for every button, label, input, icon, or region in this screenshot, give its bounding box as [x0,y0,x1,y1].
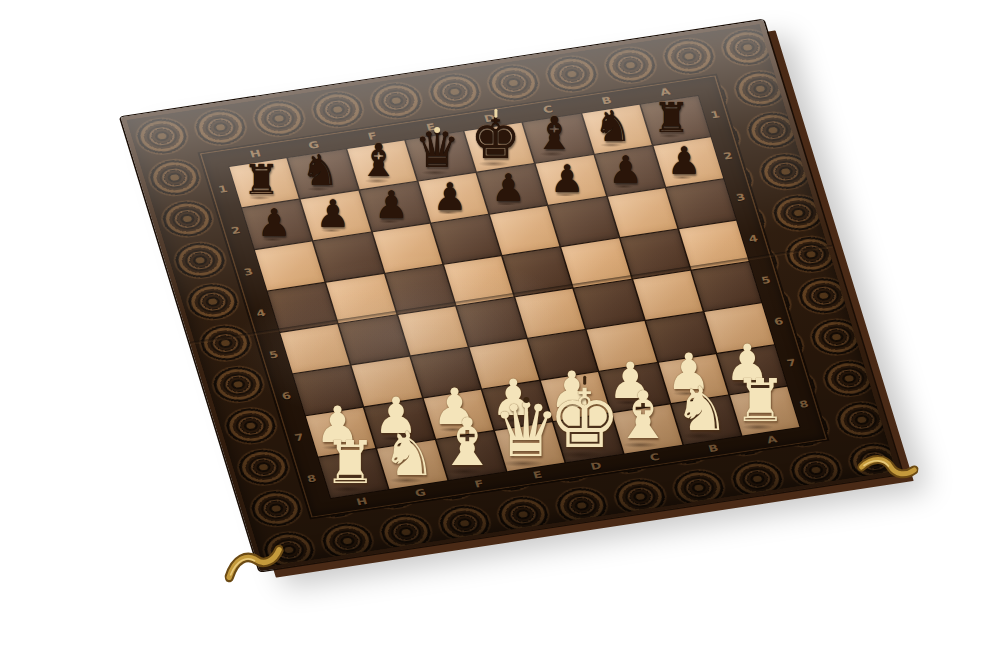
board-cell[interactable] [658,354,728,403]
board-cell[interactable] [541,372,611,421]
board-cell[interactable] [280,324,350,373]
board-cell[interactable] [482,381,552,430]
board-cell[interactable] [528,330,598,379]
board-cell[interactable] [469,339,539,388]
board-cell[interactable] [229,158,299,207]
board-cell[interactable] [457,298,527,347]
board-cell[interactable] [293,366,363,415]
board-cell[interactable] [641,96,711,145]
board-cell[interactable] [523,114,593,163]
board-field [228,95,800,498]
board-cell[interactable] [306,407,376,456]
board-cell[interactable] [301,191,371,240]
board-cell[interactable] [536,155,606,204]
board-cell[interactable] [600,363,670,412]
board-cell[interactable] [490,206,560,255]
board-cell[interactable] [549,197,619,246]
board-cell[interactable] [406,132,476,181]
board-cell[interactable] [595,146,665,195]
board-cell[interactable] [319,449,389,498]
board-cell[interactable] [671,395,741,444]
board-cell[interactable] [411,348,481,397]
board-cell[interactable] [612,404,682,453]
board-cell[interactable] [288,149,358,198]
brass-clasp-icon [855,446,921,491]
board-cell[interactable] [377,440,447,489]
board-cell[interactable] [314,232,384,281]
board-cell[interactable] [464,123,534,172]
board-cell[interactable] [423,390,493,439]
board-cell[interactable] [582,105,652,154]
board-cell[interactable] [360,182,430,231]
board-cell[interactable] [554,413,624,462]
board-cell[interactable] [352,357,422,406]
board-cell[interactable] [372,223,442,272]
board-cell[interactable] [418,173,488,222]
board-cell[interactable] [255,241,325,290]
board-cell[interactable] [515,289,585,338]
board-cell[interactable] [574,280,644,329]
board-cell[interactable] [704,304,774,353]
board-cell[interactable] [477,164,547,213]
photo-background: HGFEDCBA HGFEDCBA 12345678 12345678 ♜♞♝♛… [0,0,1000,667]
chess-board: HGFEDCBA HGFEDCBA 12345678 12345678 [121,20,903,571]
board-cell[interactable] [347,140,417,189]
board-cell[interactable] [607,188,677,237]
board-cell[interactable] [692,262,762,311]
board-cell[interactable] [431,215,501,264]
board-cell[interactable] [495,422,565,471]
board-cell[interactable] [365,398,435,447]
board-cell[interactable] [436,431,506,480]
board-cell[interactable] [730,387,800,436]
board-cell[interactable] [398,307,468,356]
board-cell[interactable] [717,345,787,394]
board-inner-panel: HGFEDCBA HGFEDCBA 12345678 12345678 [198,74,830,519]
board-cell[interactable] [666,179,736,228]
board-cell[interactable] [646,312,716,361]
brass-clasp-icon [219,538,290,587]
board-cell[interactable] [242,200,312,249]
board-cell[interactable] [339,315,409,364]
board-cell[interactable] [587,321,657,370]
board-cell[interactable] [633,271,703,320]
board-cell[interactable] [653,137,723,186]
